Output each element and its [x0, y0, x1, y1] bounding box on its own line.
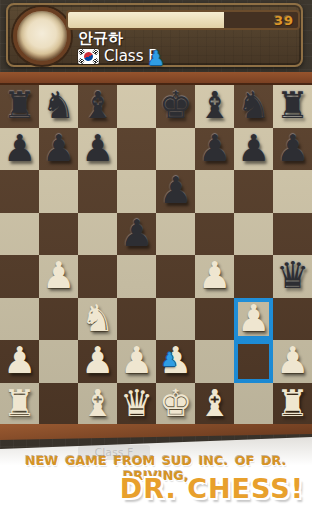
square-b4[interactable]: ♟: [39, 255, 78, 298]
square-b6[interactable]: [39, 170, 78, 213]
square-f6[interactable]: [195, 170, 234, 213]
blue-pawn-badge-white-king: ♟: [161, 349, 178, 369]
square-b8[interactable]: ♞: [39, 85, 78, 128]
piece-white-bishop[interactable]: ♝: [198, 384, 231, 424]
square-e4[interactable]: [156, 255, 195, 298]
square-a6[interactable]: [0, 170, 39, 213]
square-h8[interactable]: ♜: [273, 85, 312, 128]
square-a5[interactable]: [0, 213, 39, 256]
square-h5[interactable]: [273, 213, 312, 256]
piece-white-bishop[interactable]: ♝: [81, 384, 114, 424]
piece-black-pawn[interactable]: ♟: [120, 214, 153, 254]
square-b2[interactable]: [39, 340, 78, 383]
square-b1[interactable]: [39, 383, 78, 426]
square-d2[interactable]: ♟: [117, 340, 156, 383]
square-e6[interactable]: ♟: [156, 170, 195, 213]
square-h4[interactable]: ♛: [273, 255, 312, 298]
ad-text-line2: DR. CHESS!: [120, 473, 304, 504]
piece-black-knight[interactable]: ♞: [42, 86, 75, 126]
piece-white-king[interactable]: ♚: [159, 384, 192, 424]
score-value: 39: [274, 13, 294, 28]
square-g1[interactable]: [234, 383, 273, 426]
piece-white-pawn[interactable]: ♟: [3, 341, 36, 381]
square-d1[interactable]: ♛: [117, 383, 156, 426]
square-f1[interactable]: ♝: [195, 383, 234, 426]
square-d3[interactable]: [117, 298, 156, 341]
chess-board: ♜♞♝♚♝♞♜♟♟♟♟♟♟♟♟♟♟♛♞♟♟♟♟♟♟♜♝♛♚♝♜: [0, 85, 312, 425]
square-f3[interactable]: [195, 298, 234, 341]
piece-black-pawn[interactable]: ♟: [42, 129, 75, 169]
square-c3[interactable]: ♞: [78, 298, 117, 341]
square-h6[interactable]: [273, 170, 312, 213]
square-g7[interactable]: ♟: [234, 128, 273, 171]
square-h1[interactable]: ♜: [273, 383, 312, 426]
flag-trigram: [92, 57, 98, 63]
square-a4[interactable]: [0, 255, 39, 298]
piece-white-queen[interactable]: ♛: [120, 384, 153, 424]
square-c5[interactable]: [78, 213, 117, 256]
square-h2[interactable]: ♟: [273, 340, 312, 383]
board-frame-top: [0, 72, 312, 85]
piece-black-pawn[interactable]: ♟: [81, 129, 114, 169]
square-c4[interactable]: [78, 255, 117, 298]
square-e5[interactable]: [156, 213, 195, 256]
flag-trigram: [92, 48, 98, 54]
square-g3[interactable]: ♟: [234, 298, 273, 341]
square-d7[interactable]: [117, 128, 156, 171]
piece-white-pawn[interactable]: ♟: [276, 341, 309, 381]
player-avatar[interactable]: [13, 7, 71, 65]
piece-black-pawn[interactable]: ♟: [198, 129, 231, 169]
piece-black-rook[interactable]: ♜: [276, 86, 309, 126]
square-g2[interactable]: [234, 340, 273, 383]
square-e7[interactable]: [156, 128, 195, 171]
square-b3[interactable]: [39, 298, 78, 341]
square-b5[interactable]: [39, 213, 78, 256]
square-b7[interactable]: ♟: [39, 128, 78, 171]
square-g4[interactable]: [234, 255, 273, 298]
square-g8[interactable]: ♞: [234, 85, 273, 128]
piece-white-pawn[interactable]: ♟: [198, 256, 231, 296]
square-d5[interactable]: ♟: [117, 213, 156, 256]
piece-black-bishop[interactable]: ♝: [198, 86, 231, 126]
progress-bar-fill: [68, 12, 224, 28]
square-g6[interactable]: [234, 170, 273, 213]
square-a8[interactable]: ♜: [0, 85, 39, 128]
square-c1[interactable]: ♝: [78, 383, 117, 426]
square-d4[interactable]: [117, 255, 156, 298]
square-a7[interactable]: ♟: [0, 128, 39, 171]
piece-black-bishop[interactable]: ♝: [81, 86, 114, 126]
piece-black-rook[interactable]: ♜: [3, 86, 36, 126]
progress-bar: 39: [66, 10, 300, 30]
square-c7[interactable]: ♟: [78, 128, 117, 171]
south-korea-flag-icon: [78, 49, 99, 64]
square-f7[interactable]: ♟: [195, 128, 234, 171]
player-class-row: Class F: [78, 47, 157, 65]
square-c2[interactable]: ♟: [78, 340, 117, 383]
piece-black-knight[interactable]: ♞: [237, 86, 270, 126]
square-c8[interactable]: ♝: [78, 85, 117, 128]
piece-white-knight[interactable]: ♞: [81, 299, 114, 339]
square-d8[interactable]: [117, 85, 156, 128]
piece-black-king[interactable]: ♚: [159, 86, 192, 126]
piece-white-rook[interactable]: ♜: [276, 384, 309, 424]
piece-white-pawn[interactable]: ♟: [237, 299, 270, 339]
piece-white-pawn[interactable]: ♟: [120, 341, 153, 381]
ad-banner[interactable]: Class F NEW GAME FROM SUD INC. OF DR. DR…: [0, 437, 312, 512]
piece-black-pawn[interactable]: ♟: [3, 129, 36, 169]
square-f8[interactable]: ♝: [195, 85, 234, 128]
square-f2[interactable]: [195, 340, 234, 383]
player-name: 안규하: [78, 29, 123, 48]
square-e8[interactable]: ♚: [156, 85, 195, 128]
dr-chess-game-screen: 39 안규하 Class F ♜♞♝♚♝♞♜♟♟♟♟♟♟♟♟♟♟♛♞♟♟♟♟♟♟…: [0, 0, 312, 512]
square-h7[interactable]: ♟: [273, 128, 312, 171]
piece-black-pawn[interactable]: ♟: [237, 129, 270, 169]
square-h3[interactable]: [273, 298, 312, 341]
square-f4[interactable]: ♟: [195, 255, 234, 298]
piece-white-pawn[interactable]: ♟: [81, 341, 114, 381]
piece-white-pawn[interactable]: ♟: [42, 256, 75, 296]
square-d6[interactable]: [117, 170, 156, 213]
board-frame-bottom-bevel: [0, 424, 312, 440]
piece-black-pawn[interactable]: ♟: [159, 171, 192, 211]
piece-black-queen[interactable]: ♛: [276, 256, 309, 296]
square-g5[interactable]: [234, 213, 273, 256]
square-a1[interactable]: ♜: [0, 383, 39, 426]
square-a2[interactable]: ♟: [0, 340, 39, 383]
piece-white-rook[interactable]: ♜: [3, 384, 36, 424]
square-e1[interactable]: ♚: [156, 383, 195, 426]
square-f5[interactable]: [195, 213, 234, 256]
square-a3[interactable]: [0, 298, 39, 341]
square-c6[interactable]: [78, 170, 117, 213]
piece-black-pawn[interactable]: ♟: [276, 129, 309, 169]
blue-pawn-badge-black-king: ♟: [147, 48, 165, 68]
square-e3[interactable]: [156, 298, 195, 341]
